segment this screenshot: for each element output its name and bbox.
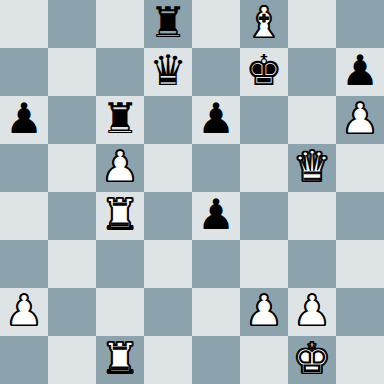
square-f6[interactable] bbox=[240, 96, 288, 144]
piece-white-rook[interactable]: ♜ bbox=[101, 191, 139, 239]
square-c8[interactable] bbox=[96, 0, 144, 48]
piece-white-bishop[interactable]: ♝ bbox=[245, 0, 283, 47]
square-h3[interactable] bbox=[336, 240, 384, 288]
square-d4[interactable] bbox=[144, 192, 192, 240]
square-b1[interactable] bbox=[48, 336, 96, 384]
square-e6[interactable]: ♟ bbox=[192, 96, 240, 144]
square-c5[interactable]: ♟ bbox=[96, 144, 144, 192]
square-c3[interactable] bbox=[96, 240, 144, 288]
square-g7[interactable] bbox=[288, 48, 336, 96]
piece-black-pawn[interactable]: ♟ bbox=[197, 191, 235, 239]
square-a4[interactable] bbox=[0, 192, 48, 240]
square-b4[interactable] bbox=[48, 192, 96, 240]
square-d1[interactable] bbox=[144, 336, 192, 384]
square-h7[interactable]: ♟ bbox=[336, 48, 384, 96]
piece-white-pawn[interactable]: ♟ bbox=[341, 95, 379, 143]
square-g3[interactable] bbox=[288, 240, 336, 288]
square-e7[interactable] bbox=[192, 48, 240, 96]
square-h5[interactable] bbox=[336, 144, 384, 192]
square-h2[interactable] bbox=[336, 288, 384, 336]
square-g5[interactable]: ♛ bbox=[288, 144, 336, 192]
square-b6[interactable] bbox=[48, 96, 96, 144]
square-e3[interactable] bbox=[192, 240, 240, 288]
square-f7[interactable]: ♚ bbox=[240, 48, 288, 96]
square-e1[interactable] bbox=[192, 336, 240, 384]
square-e2[interactable] bbox=[192, 288, 240, 336]
square-d5[interactable] bbox=[144, 144, 192, 192]
square-e4[interactable]: ♟ bbox=[192, 192, 240, 240]
square-f8[interactable]: ♝ bbox=[240, 0, 288, 48]
square-g6[interactable] bbox=[288, 96, 336, 144]
square-g2[interactable]: ♟ bbox=[288, 288, 336, 336]
square-b5[interactable] bbox=[48, 144, 96, 192]
piece-black-pawn[interactable]: ♟ bbox=[341, 47, 379, 95]
piece-black-pawn[interactable]: ♟ bbox=[5, 95, 43, 143]
square-a8[interactable] bbox=[0, 0, 48, 48]
square-d8[interactable]: ♜ bbox=[144, 0, 192, 48]
square-c2[interactable] bbox=[96, 288, 144, 336]
square-g1[interactable]: ♚ bbox=[288, 336, 336, 384]
piece-black-queen[interactable]: ♛ bbox=[149, 47, 187, 95]
square-b8[interactable] bbox=[48, 0, 96, 48]
piece-white-rook[interactable]: ♜ bbox=[101, 335, 139, 383]
square-a2[interactable]: ♟ bbox=[0, 288, 48, 336]
piece-black-rook[interactable]: ♜ bbox=[101, 95, 139, 143]
square-b2[interactable] bbox=[48, 288, 96, 336]
square-c1[interactable]: ♜ bbox=[96, 336, 144, 384]
piece-white-pawn[interactable]: ♟ bbox=[5, 287, 43, 335]
square-c4[interactable]: ♜ bbox=[96, 192, 144, 240]
square-a5[interactable] bbox=[0, 144, 48, 192]
square-g8[interactable] bbox=[288, 0, 336, 48]
square-d6[interactable] bbox=[144, 96, 192, 144]
square-e8[interactable] bbox=[192, 0, 240, 48]
piece-white-queen[interactable]: ♛ bbox=[293, 143, 331, 191]
square-a3[interactable] bbox=[0, 240, 48, 288]
square-f2[interactable]: ♟ bbox=[240, 288, 288, 336]
chess-board: ♜♝♛♚♟♟♜♟♟♟♛♜♟♟♟♟♜♚ bbox=[0, 0, 384, 384]
square-g4[interactable] bbox=[288, 192, 336, 240]
square-h8[interactable] bbox=[336, 0, 384, 48]
square-f3[interactable] bbox=[240, 240, 288, 288]
square-a7[interactable] bbox=[0, 48, 48, 96]
square-d2[interactable] bbox=[144, 288, 192, 336]
square-f1[interactable] bbox=[240, 336, 288, 384]
square-h6[interactable]: ♟ bbox=[336, 96, 384, 144]
square-d3[interactable] bbox=[144, 240, 192, 288]
square-d7[interactable]: ♛ bbox=[144, 48, 192, 96]
piece-black-pawn[interactable]: ♟ bbox=[197, 95, 235, 143]
piece-white-king[interactable]: ♚ bbox=[293, 335, 331, 383]
square-b7[interactable] bbox=[48, 48, 96, 96]
piece-white-pawn[interactable]: ♟ bbox=[245, 287, 283, 335]
square-f4[interactable] bbox=[240, 192, 288, 240]
square-b3[interactable] bbox=[48, 240, 96, 288]
square-a1[interactable] bbox=[0, 336, 48, 384]
square-h4[interactable] bbox=[336, 192, 384, 240]
square-a6[interactable]: ♟ bbox=[0, 96, 48, 144]
square-e5[interactable] bbox=[192, 144, 240, 192]
square-f5[interactable] bbox=[240, 144, 288, 192]
piece-black-rook[interactable]: ♜ bbox=[149, 0, 187, 47]
piece-white-pawn[interactable]: ♟ bbox=[101, 143, 139, 191]
piece-white-pawn[interactable]: ♟ bbox=[293, 287, 331, 335]
square-h1[interactable] bbox=[336, 336, 384, 384]
square-c6[interactable]: ♜ bbox=[96, 96, 144, 144]
piece-black-king[interactable]: ♚ bbox=[245, 47, 283, 95]
square-c7[interactable] bbox=[96, 48, 144, 96]
